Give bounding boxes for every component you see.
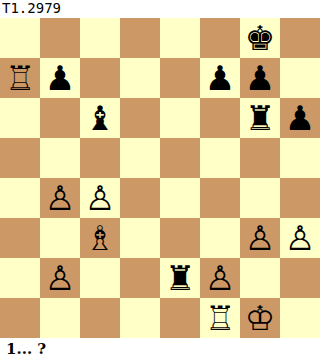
square-e4[interactable] xyxy=(160,178,200,218)
square-e1[interactable] xyxy=(160,298,200,338)
square-g1[interactable]: ♔ xyxy=(240,298,280,338)
square-f2[interactable]: ♙ xyxy=(200,258,240,298)
square-g7[interactable]: ♟ xyxy=(240,58,280,98)
square-e5[interactable] xyxy=(160,138,200,178)
square-d5[interactable] xyxy=(120,138,160,178)
chess-board: ♚♖♟♟♟♝♜♟♙♙♗♙♙♙♜♙♖♔ xyxy=(0,18,320,338)
square-c5[interactable] xyxy=(80,138,120,178)
square-c7[interactable] xyxy=(80,58,120,98)
square-h3[interactable]: ♙ xyxy=(280,218,320,258)
square-a5[interactable] xyxy=(0,138,40,178)
piece-black-pawn: ♟ xyxy=(245,58,275,98)
piece-black-pawn: ♟ xyxy=(205,58,235,98)
piece-white-bishop: ♗ xyxy=(85,218,115,258)
square-f8[interactable] xyxy=(200,18,240,58)
piece-white-pawn: ♙ xyxy=(85,178,115,218)
chess-diagram: T1.2979 ♚♖♟♟♟♝♜♟♙♙♗♙♙♙♜♙♖♔ 1... ? xyxy=(0,0,320,360)
square-c6[interactable]: ♝ xyxy=(80,98,120,138)
square-d2[interactable] xyxy=(120,258,160,298)
piece-white-pawn: ♙ xyxy=(245,218,275,258)
square-g4[interactable] xyxy=(240,178,280,218)
piece-black-rook: ♜ xyxy=(165,258,195,298)
square-d4[interactable] xyxy=(120,178,160,218)
piece-black-bishop: ♝ xyxy=(85,98,115,138)
piece-white-rook: ♖ xyxy=(205,298,235,338)
square-h8[interactable] xyxy=(280,18,320,58)
square-a3[interactable] xyxy=(0,218,40,258)
square-a2[interactable] xyxy=(0,258,40,298)
move-prompt-label: 1... ? xyxy=(0,338,320,360)
piece-white-pawn: ♙ xyxy=(45,178,75,218)
piece-white-pawn: ♙ xyxy=(45,258,75,298)
square-d8[interactable] xyxy=(120,18,160,58)
square-h6[interactable]: ♟ xyxy=(280,98,320,138)
square-f6[interactable] xyxy=(200,98,240,138)
square-h1[interactable] xyxy=(280,298,320,338)
square-a4[interactable] xyxy=(0,178,40,218)
square-b8[interactable] xyxy=(40,18,80,58)
square-h7[interactable] xyxy=(280,58,320,98)
square-c1[interactable] xyxy=(80,298,120,338)
piece-black-rook: ♜ xyxy=(245,98,275,138)
square-h2[interactable] xyxy=(280,258,320,298)
square-a8[interactable] xyxy=(0,18,40,58)
square-f3[interactable] xyxy=(200,218,240,258)
square-f1[interactable]: ♖ xyxy=(200,298,240,338)
piece-white-pawn: ♙ xyxy=(205,258,235,298)
square-g5[interactable] xyxy=(240,138,280,178)
piece-black-pawn: ♟ xyxy=(45,58,75,98)
square-c3[interactable]: ♗ xyxy=(80,218,120,258)
square-d6[interactable] xyxy=(120,98,160,138)
square-a6[interactable] xyxy=(0,98,40,138)
square-c4[interactable]: ♙ xyxy=(80,178,120,218)
puzzle-id-label: T1.2979 xyxy=(0,0,320,18)
square-g6[interactable]: ♜ xyxy=(240,98,280,138)
piece-white-king: ♔ xyxy=(245,298,275,338)
square-f5[interactable] xyxy=(200,138,240,178)
square-b7[interactable]: ♟ xyxy=(40,58,80,98)
square-f7[interactable]: ♟ xyxy=(200,58,240,98)
square-e2[interactable]: ♜ xyxy=(160,258,200,298)
piece-white-pawn: ♙ xyxy=(285,218,315,258)
square-e7[interactable] xyxy=(160,58,200,98)
square-b5[interactable] xyxy=(40,138,80,178)
square-a1[interactable] xyxy=(0,298,40,338)
square-b1[interactable] xyxy=(40,298,80,338)
square-g2[interactable] xyxy=(240,258,280,298)
square-h5[interactable] xyxy=(280,138,320,178)
square-d7[interactable] xyxy=(120,58,160,98)
piece-black-pawn: ♟ xyxy=(285,98,315,138)
square-c2[interactable] xyxy=(80,258,120,298)
square-c8[interactable] xyxy=(80,18,120,58)
square-b3[interactable] xyxy=(40,218,80,258)
piece-black-king: ♚ xyxy=(245,18,275,58)
piece-white-rook: ♖ xyxy=(5,58,35,98)
square-h4[interactable] xyxy=(280,178,320,218)
square-a7[interactable]: ♖ xyxy=(0,58,40,98)
square-e8[interactable] xyxy=(160,18,200,58)
square-g8[interactable]: ♚ xyxy=(240,18,280,58)
square-b4[interactable]: ♙ xyxy=(40,178,80,218)
square-b6[interactable] xyxy=(40,98,80,138)
square-d3[interactable] xyxy=(120,218,160,258)
square-g3[interactable]: ♙ xyxy=(240,218,280,258)
square-b2[interactable]: ♙ xyxy=(40,258,80,298)
square-e3[interactable] xyxy=(160,218,200,258)
square-f4[interactable] xyxy=(200,178,240,218)
square-d1[interactable] xyxy=(120,298,160,338)
square-e6[interactable] xyxy=(160,98,200,138)
